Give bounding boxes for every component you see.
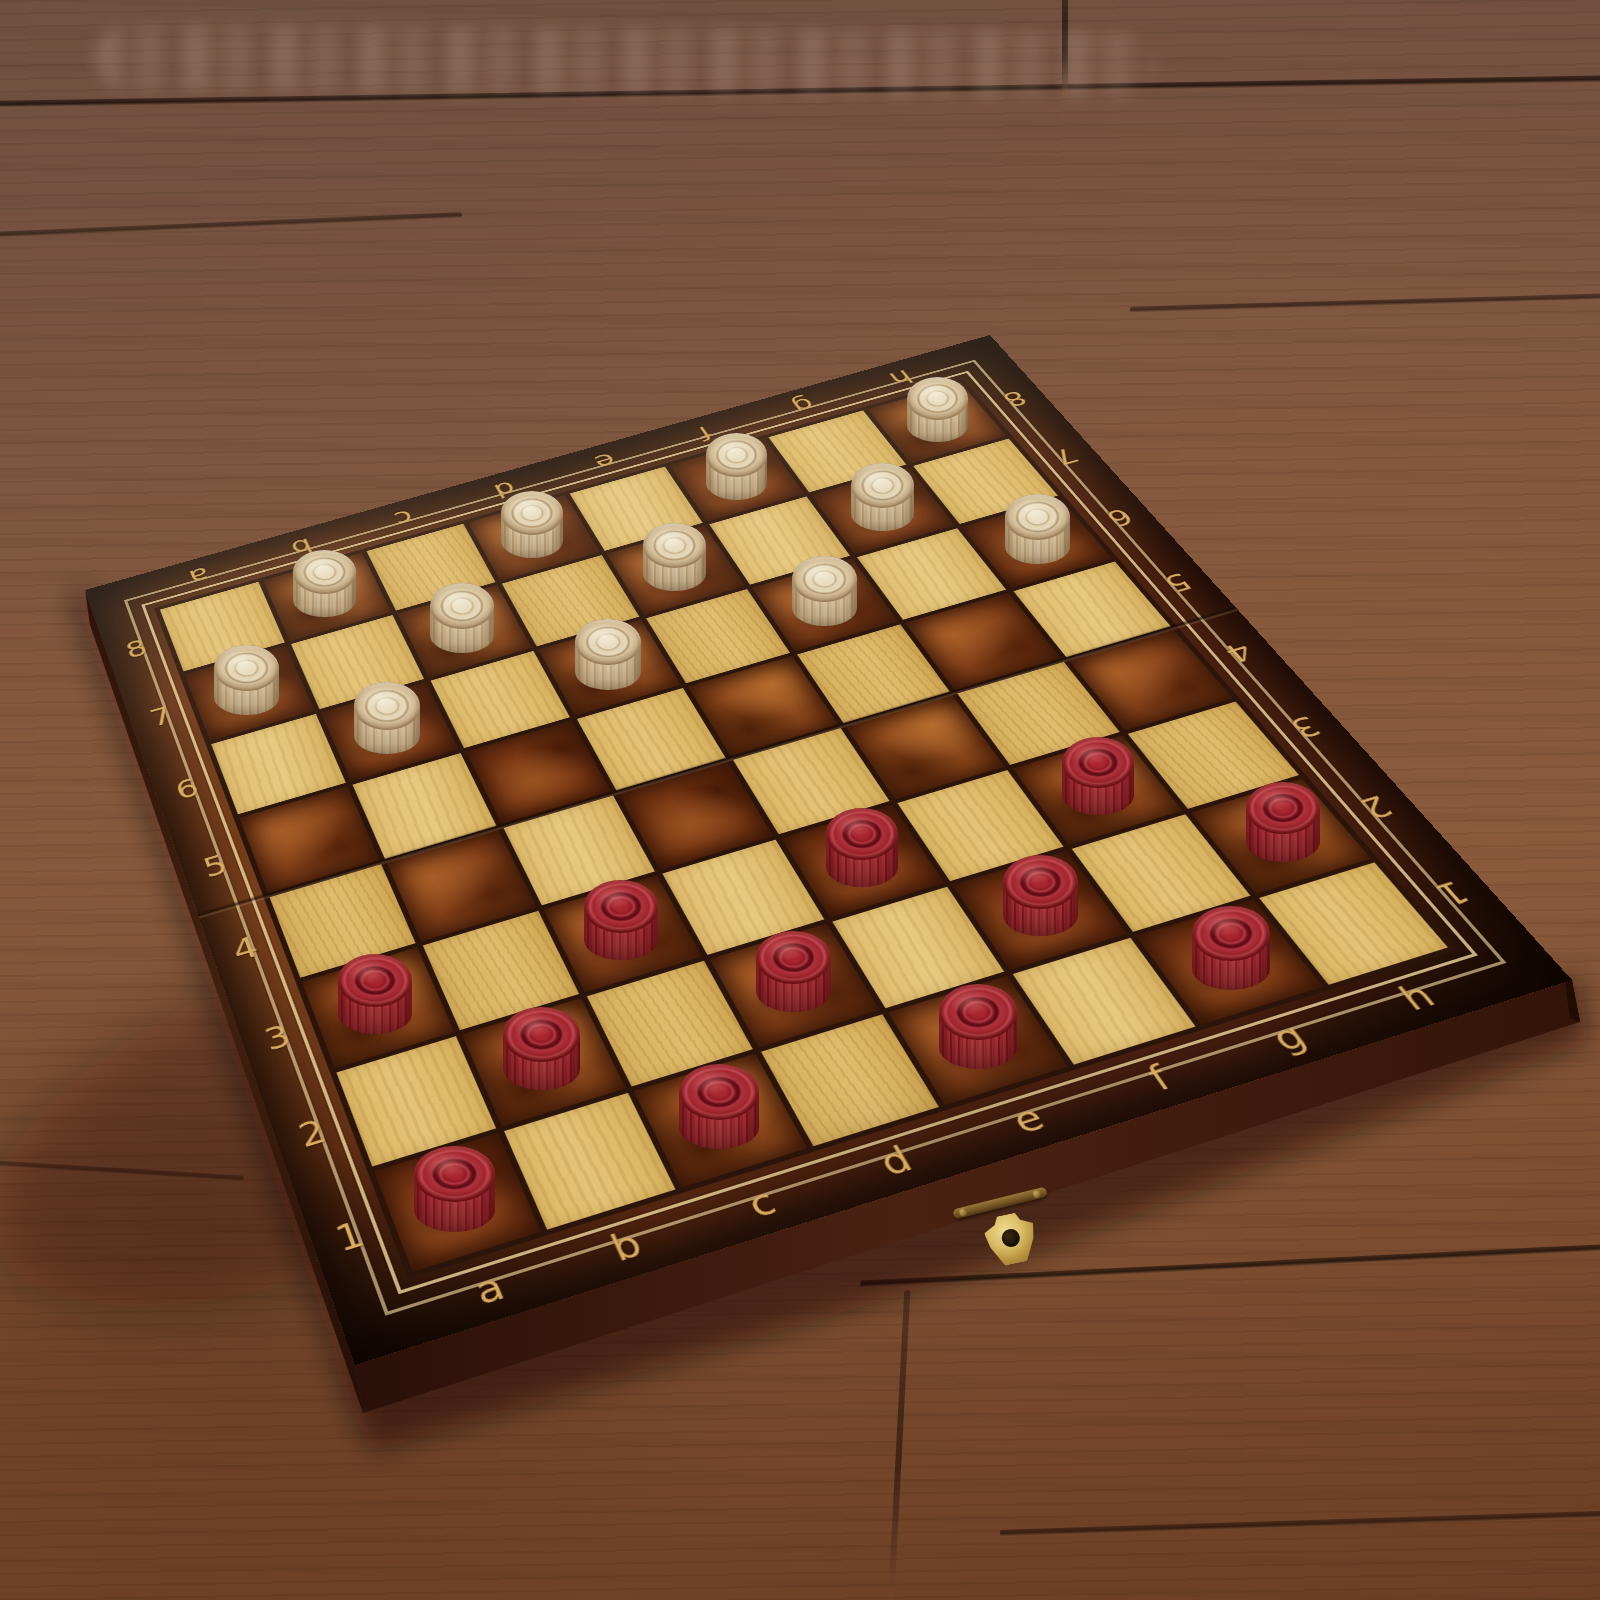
piece-top [851,463,914,508]
piece-top [792,556,857,602]
checker-white-c7[interactable] [430,583,494,652]
checker-red-c3[interactable] [584,880,657,959]
checker-white-h8[interactable] [907,377,968,443]
piece-top [1005,494,1070,540]
piece-top [907,377,968,420]
piece-top [706,433,767,477]
piece-top [1192,906,1270,961]
checker-red-h2[interactable] [1246,782,1320,862]
checker-white-f8[interactable] [706,433,767,499]
checker-white-b6[interactable] [354,682,421,754]
piece-top [501,491,563,535]
piece-top [503,1007,580,1061]
piece-top [214,645,279,691]
checker-white-h6[interactable] [1005,494,1070,564]
piece-top [430,583,494,629]
checker-white-e7[interactable] [643,523,707,592]
checker-red-a1[interactable] [414,1146,494,1233]
piece-top [643,523,707,568]
piece-top [826,808,899,860]
checker-white-b8[interactable] [293,550,355,617]
piece-top [939,984,1017,1040]
checker-white-f6[interactable] [792,556,857,627]
checker-white-g7[interactable] [851,463,914,531]
checker-red-f2[interactable] [1003,855,1078,936]
piece-top [575,619,641,666]
piece-top [1003,855,1078,908]
checker-red-d2[interactable] [756,931,832,1013]
checker-red-c1[interactable] [679,1064,758,1150]
piece-top [1246,782,1320,835]
piece-top [414,1146,494,1203]
checker-red-e3[interactable] [826,808,899,887]
checker-red-e1[interactable] [939,984,1017,1069]
checker-red-g3[interactable] [1062,737,1134,815]
checker-red-b2[interactable] [503,1007,580,1090]
checker-red-a3[interactable] [338,954,412,1034]
piece-top [584,880,657,932]
checker-red-g1[interactable] [1192,906,1270,990]
piece-top [338,954,412,1007]
checker-white-a7[interactable] [214,645,279,715]
checker-white-d6[interactable] [575,619,641,690]
piece-top [354,682,421,729]
piece-top [293,550,355,594]
piece-top [679,1064,758,1120]
checker-white-d8[interactable] [501,491,563,558]
pieces-layer [0,0,1600,1600]
scene-table: aa11bb22cc33dd44ee55ff66gg77hh88 [0,0,1600,1600]
